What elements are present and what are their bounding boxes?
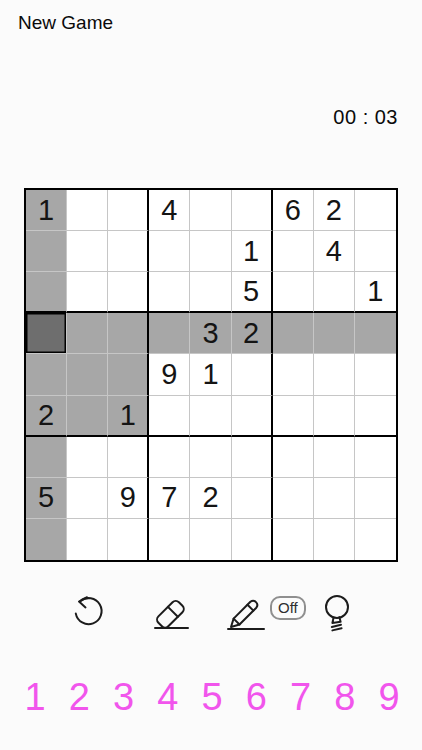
cell-r8c6[interactable] (232, 478, 273, 519)
numpad-6[interactable]: 6 (239, 676, 273, 718)
cell-r9c1[interactable] (26, 519, 67, 560)
cell-r6c5[interactable] (190, 396, 231, 437)
cell-r3c6[interactable]: 5 (232, 272, 273, 313)
cell-r4c1[interactable] (26, 313, 67, 354)
cell-r7c1[interactable] (26, 437, 67, 478)
cell-r5c8[interactable] (314, 354, 355, 395)
cell-r1c3[interactable] (108, 190, 149, 231)
cell-r3c8[interactable] (314, 272, 355, 313)
cell-r5c4[interactable]: 9 (149, 354, 190, 395)
cell-r5c6[interactable] (232, 354, 273, 395)
cell-r8c8[interactable] (314, 478, 355, 519)
cell-r4c4[interactable] (149, 313, 190, 354)
cell-r9c2[interactable] (67, 519, 108, 560)
cell-r4c3[interactable] (108, 313, 149, 354)
cell-r2c1[interactable] (26, 231, 67, 272)
cell-r3c4[interactable] (149, 272, 190, 313)
cell-r9c8[interactable] (314, 519, 355, 560)
cell-r9c7[interactable] (273, 519, 314, 560)
cell-r2c4[interactable] (149, 231, 190, 272)
cell-r6c3[interactable]: 1 (108, 396, 149, 437)
cell-r6c1[interactable]: 2 (26, 396, 67, 437)
numpad-8[interactable]: 8 (328, 676, 362, 718)
numpad-1[interactable]: 1 (18, 676, 52, 718)
cell-r8c2[interactable] (67, 478, 108, 519)
new-game-button[interactable]: New Game (18, 12, 113, 34)
cell-r7c3[interactable] (108, 437, 149, 478)
cell-r7c9[interactable] (355, 437, 396, 478)
cell-r7c2[interactable] (67, 437, 108, 478)
cell-r1c9[interactable] (355, 190, 396, 231)
cell-r1c1[interactable]: 1 (26, 190, 67, 231)
cell-r6c8[interactable] (314, 396, 355, 437)
pencil-icon (222, 590, 268, 638)
cell-r5c2[interactable] (67, 354, 108, 395)
cell-r8c9[interactable] (355, 478, 396, 519)
cell-r2c8[interactable]: 4 (314, 231, 355, 272)
cell-r8c4[interactable]: 7 (149, 478, 190, 519)
cell-r5c3[interactable] (108, 354, 149, 395)
numpad-9[interactable]: 9 (372, 676, 406, 718)
cell-r3c9[interactable]: 1 (355, 272, 396, 313)
cell-r3c5[interactable] (190, 272, 231, 313)
cell-r1c4[interactable]: 4 (149, 190, 190, 231)
cell-r3c7[interactable] (273, 272, 314, 313)
cell-r4c7[interactable] (273, 313, 314, 354)
cell-r2c5[interactable] (190, 231, 231, 272)
cell-r8c5[interactable]: 2 (190, 478, 231, 519)
lightbulb-icon (316, 590, 360, 640)
numpad-2[interactable]: 2 (62, 676, 96, 718)
undo-button[interactable] (66, 590, 110, 638)
cell-r3c3[interactable] (108, 272, 149, 313)
cell-r1c6[interactable] (232, 190, 273, 231)
cell-r3c1[interactable] (26, 272, 67, 313)
cell-r2c9[interactable] (355, 231, 396, 272)
numpad-7[interactable]: 7 (284, 676, 318, 718)
cell-r4c9[interactable] (355, 313, 396, 354)
sudoku-board[interactable]: 146214513291215972 (24, 188, 398, 562)
cell-r9c5[interactable] (190, 519, 231, 560)
cell-r2c2[interactable] (67, 231, 108, 272)
pencil-off-badge: Off (270, 596, 306, 620)
cell-r2c3[interactable] (108, 231, 149, 272)
cell-r6c6[interactable] (232, 396, 273, 437)
cell-r9c6[interactable] (232, 519, 273, 560)
numpad-3[interactable]: 3 (107, 676, 141, 718)
pencil-notes-button[interactable]: Off (222, 590, 306, 638)
eraser-icon (146, 590, 196, 638)
cell-r5c9[interactable] (355, 354, 396, 395)
cell-r8c1[interactable]: 5 (26, 478, 67, 519)
hint-button[interactable] (316, 590, 360, 640)
toolbar: Off (0, 590, 422, 646)
cell-r3c2[interactable] (67, 272, 108, 313)
cell-r6c9[interactable] (355, 396, 396, 437)
numpad-5[interactable]: 5 (195, 676, 229, 718)
cell-r6c4[interactable] (149, 396, 190, 437)
cell-r9c3[interactable] (108, 519, 149, 560)
cell-r4c6[interactable]: 2 (232, 313, 273, 354)
cell-r4c5[interactable]: 3 (190, 313, 231, 354)
cell-r2c6[interactable]: 1 (232, 231, 273, 272)
cell-r5c5[interactable]: 1 (190, 354, 231, 395)
cell-r1c5[interactable] (190, 190, 231, 231)
cell-r5c1[interactable] (26, 354, 67, 395)
undo-icon (66, 590, 110, 638)
cell-r5c7[interactable] (273, 354, 314, 395)
cell-r7c5[interactable] (190, 437, 231, 478)
numpad-4[interactable]: 4 (151, 676, 185, 718)
cell-r2c7[interactable] (273, 231, 314, 272)
cell-r7c6[interactable] (232, 437, 273, 478)
cell-r8c3[interactable]: 9 (108, 478, 149, 519)
cell-r9c9[interactable] (355, 519, 396, 560)
cell-r1c8[interactable]: 2 (314, 190, 355, 231)
cell-r7c7[interactable] (273, 437, 314, 478)
cell-r9c4[interactable] (149, 519, 190, 560)
cell-r8c7[interactable] (273, 478, 314, 519)
cell-r4c8[interactable] (314, 313, 355, 354)
cell-r6c2[interactable] (67, 396, 108, 437)
cell-r1c7[interactable]: 6 (273, 190, 314, 231)
cell-r6c7[interactable] (273, 396, 314, 437)
number-pad: 123456789 (18, 674, 406, 720)
cell-r4c2[interactable] (67, 313, 108, 354)
eraser-button[interactable] (146, 590, 196, 638)
cell-r7c8[interactable] (314, 437, 355, 478)
timer: 00 : 03 (333, 106, 398, 129)
cell-r1c2[interactable] (67, 190, 108, 231)
cell-r7c4[interactable] (149, 437, 190, 478)
